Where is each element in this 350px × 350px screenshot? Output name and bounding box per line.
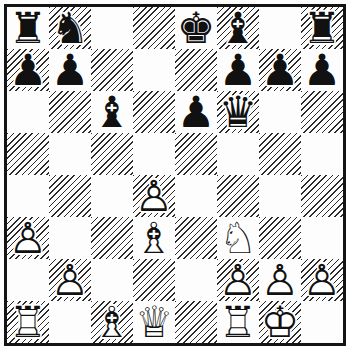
square-c5[interactable] <box>91 133 133 175</box>
square-c2[interactable] <box>91 259 133 301</box>
square-c7[interactable] <box>91 49 133 91</box>
piece-white-knight: ♘ <box>217 217 259 259</box>
piece-halo: ♛ <box>133 301 175 343</box>
piece-black-rook: ♜ <box>7 7 49 49</box>
square-a2[interactable] <box>7 259 49 301</box>
piece-halo: ♜ <box>7 301 49 343</box>
piece-halo: ♝ <box>133 217 175 259</box>
square-a6[interactable] <box>7 91 49 133</box>
square-g1[interactable]: ♚♔ <box>259 301 301 343</box>
square-f2[interactable]: ♟♙ <box>217 259 259 301</box>
square-e6[interactable]: ♟♟ <box>175 91 217 133</box>
piece-black-bishop: ♝ <box>91 91 133 133</box>
square-f7[interactable]: ♟♟ <box>217 49 259 91</box>
piece-black-rook: ♜ <box>301 7 343 49</box>
piece-halo: ♟ <box>301 49 343 91</box>
piece-halo: ♚ <box>175 7 217 49</box>
square-h5[interactable] <box>301 133 343 175</box>
piece-halo: ♟ <box>259 259 301 301</box>
piece-black-pawn: ♟ <box>175 91 217 133</box>
square-d4[interactable]: ♟♙ <box>133 175 175 217</box>
piece-halo: ♞ <box>49 7 91 49</box>
square-h3[interactable] <box>301 217 343 259</box>
square-f1[interactable]: ♜♖ <box>217 301 259 343</box>
square-c8[interactable] <box>91 7 133 49</box>
square-b4[interactable] <box>49 175 91 217</box>
square-g7[interactable]: ♟♟ <box>259 49 301 91</box>
piece-halo: ♛ <box>217 91 259 133</box>
piece-halo: ♟ <box>217 259 259 301</box>
square-e3[interactable] <box>175 217 217 259</box>
chess-board: ♜♜♞♞♚♚♝♝♜♜♟♟♟♟♟♟♟♟♟♟♝♝♟♟♛♛♟♙♟♙♝♗♞♘♟♙♟♙♟♙… <box>7 7 343 343</box>
piece-white-pawn: ♙ <box>217 259 259 301</box>
square-c4[interactable] <box>91 175 133 217</box>
piece-halo: ♟ <box>301 259 343 301</box>
piece-white-pawn: ♙ <box>259 259 301 301</box>
square-f3[interactable]: ♞♘ <box>217 217 259 259</box>
square-e7[interactable] <box>175 49 217 91</box>
square-h4[interactable] <box>301 175 343 217</box>
piece-black-bishop: ♝ <box>217 7 259 49</box>
piece-black-pawn: ♟ <box>259 49 301 91</box>
square-a7[interactable]: ♟♟ <box>7 49 49 91</box>
piece-black-pawn: ♟ <box>49 49 91 91</box>
piece-black-queen: ♛ <box>217 91 259 133</box>
piece-white-rook: ♖ <box>217 301 259 343</box>
square-g2[interactable]: ♟♙ <box>259 259 301 301</box>
piece-halo: ♟ <box>7 49 49 91</box>
piece-white-pawn: ♙ <box>49 259 91 301</box>
square-d1[interactable]: ♛♕ <box>133 301 175 343</box>
square-a1[interactable]: ♜♖ <box>7 301 49 343</box>
square-b1[interactable] <box>49 301 91 343</box>
piece-halo: ♟ <box>217 49 259 91</box>
square-d3[interactable]: ♝♗ <box>133 217 175 259</box>
piece-halo: ♚ <box>259 301 301 343</box>
piece-white-king: ♔ <box>259 301 301 343</box>
square-b8[interactable]: ♞♞ <box>49 7 91 49</box>
square-g6[interactable] <box>259 91 301 133</box>
piece-halo: ♟ <box>133 175 175 217</box>
piece-black-knight: ♞ <box>49 7 91 49</box>
square-c3[interactable] <box>91 217 133 259</box>
square-d5[interactable] <box>133 133 175 175</box>
square-f8[interactable]: ♝♝ <box>217 7 259 49</box>
piece-halo: ♝ <box>91 301 133 343</box>
square-g8[interactable] <box>259 7 301 49</box>
piece-halo: ♜ <box>217 301 259 343</box>
square-b6[interactable] <box>49 91 91 133</box>
piece-black-king: ♚ <box>175 7 217 49</box>
square-f4[interactable] <box>217 175 259 217</box>
square-e4[interactable] <box>175 175 217 217</box>
piece-halo: ♝ <box>217 7 259 49</box>
square-d2[interactable] <box>133 259 175 301</box>
square-a4[interactable] <box>7 175 49 217</box>
square-a5[interactable] <box>7 133 49 175</box>
square-g4[interactable] <box>259 175 301 217</box>
piece-white-pawn: ♙ <box>133 175 175 217</box>
square-b2[interactable]: ♟♙ <box>49 259 91 301</box>
square-b5[interactable] <box>49 133 91 175</box>
square-d8[interactable] <box>133 7 175 49</box>
square-h7[interactable]: ♟♟ <box>301 49 343 91</box>
square-e8[interactable]: ♚♚ <box>175 7 217 49</box>
piece-white-pawn: ♙ <box>7 217 49 259</box>
square-h2[interactable]: ♟♙ <box>301 259 343 301</box>
square-e5[interactable] <box>175 133 217 175</box>
piece-halo: ♞ <box>217 217 259 259</box>
square-b7[interactable]: ♟♟ <box>49 49 91 91</box>
board-frame: ♜♜♞♞♚♚♝♝♜♜♟♟♟♟♟♟♟♟♟♟♝♝♟♟♛♛♟♙♟♙♝♗♞♘♟♙♟♙♟♙… <box>4 4 346 346</box>
square-h1[interactable] <box>301 301 343 343</box>
square-b3[interactable] <box>49 217 91 259</box>
piece-halo: ♝ <box>91 91 133 133</box>
piece-halo: ♜ <box>7 7 49 49</box>
piece-white-bishop: ♗ <box>91 301 133 343</box>
chess-diagram: ♜♜♞♞♚♚♝♝♜♜♟♟♟♟♟♟♟♟♟♟♝♝♟♟♛♛♟♙♟♙♝♗♞♘♟♙♟♙♟♙… <box>4 4 346 346</box>
piece-halo: ♟ <box>49 259 91 301</box>
piece-black-pawn: ♟ <box>7 49 49 91</box>
square-g5[interactable] <box>259 133 301 175</box>
square-e1[interactable] <box>175 301 217 343</box>
square-c6[interactable]: ♝♝ <box>91 91 133 133</box>
square-d7[interactable] <box>133 49 175 91</box>
piece-black-pawn: ♟ <box>301 49 343 91</box>
piece-halo: ♜ <box>301 7 343 49</box>
piece-white-pawn: ♙ <box>301 259 343 301</box>
square-f5[interactable] <box>217 133 259 175</box>
piece-halo: ♟ <box>7 217 49 259</box>
piece-halo: ♟ <box>175 91 217 133</box>
square-h8[interactable]: ♜♜ <box>301 7 343 49</box>
square-f6[interactable]: ♛♛ <box>217 91 259 133</box>
piece-black-pawn: ♟ <box>217 49 259 91</box>
square-d6[interactable] <box>133 91 175 133</box>
square-a8[interactable]: ♜♜ <box>7 7 49 49</box>
piece-halo: ♟ <box>49 49 91 91</box>
square-h6[interactable] <box>301 91 343 133</box>
piece-halo: ♟ <box>259 49 301 91</box>
square-c1[interactable]: ♝♗ <box>91 301 133 343</box>
square-g3[interactable] <box>259 217 301 259</box>
square-e2[interactable] <box>175 259 217 301</box>
piece-white-bishop: ♗ <box>133 217 175 259</box>
piece-white-queen: ♕ <box>133 301 175 343</box>
piece-white-rook: ♖ <box>7 301 49 343</box>
square-a3[interactable]: ♟♙ <box>7 217 49 259</box>
